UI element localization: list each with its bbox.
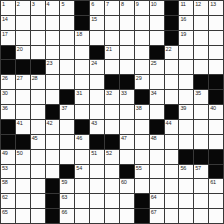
clue-number: 64 xyxy=(151,194,157,200)
crossword-cell[interactable] xyxy=(194,179,208,193)
black-cell xyxy=(120,75,134,89)
clue-number: 35 xyxy=(195,90,201,96)
crossword-cell[interactable] xyxy=(16,165,30,179)
crossword-cell[interactable] xyxy=(46,46,60,60)
black-cell xyxy=(194,150,208,164)
crossword-cell[interactable]: 8 xyxy=(120,1,134,15)
crossword-cell[interactable]: 33 xyxy=(120,90,134,104)
clue-number: 39 xyxy=(180,105,186,111)
black-cell xyxy=(135,209,149,223)
black-cell xyxy=(150,120,164,134)
crossword-cell[interactable] xyxy=(179,46,193,60)
crossword-cell[interactable]: 18 xyxy=(75,31,89,45)
crossword-cell[interactable]: 28 xyxy=(31,75,45,89)
clue-number: 19 xyxy=(180,31,186,37)
clue-number: 65 xyxy=(2,209,8,215)
crossword-cell[interactable] xyxy=(135,135,149,149)
crossword-cell[interactable] xyxy=(60,135,74,149)
crossword-cell[interactable]: 35 xyxy=(194,90,208,104)
crossword-cell[interactable] xyxy=(31,209,45,223)
crossword-cell[interactable]: 34 xyxy=(150,90,164,104)
crossword-cell[interactable] xyxy=(31,179,45,193)
black-cell xyxy=(165,1,179,15)
crossword-cell[interactable]: 25 xyxy=(150,60,164,74)
crossword-cell[interactable] xyxy=(46,165,60,179)
crossword-cell[interactable] xyxy=(150,105,164,119)
crossword-cell[interactable] xyxy=(105,31,119,45)
crossword-cell[interactable] xyxy=(90,105,104,119)
crossword-cell[interactable] xyxy=(165,135,179,149)
clue-number: 9 xyxy=(136,1,139,7)
crossword-cell[interactable]: 41 xyxy=(16,120,30,134)
clue-number: 10 xyxy=(151,1,157,7)
crossword-cell[interactable]: 65 xyxy=(1,209,15,223)
clue-number: 59 xyxy=(61,179,67,185)
crossword-cell[interactable]: 2 xyxy=(16,1,30,15)
black-cell xyxy=(16,60,30,74)
clue-number: 32 xyxy=(106,90,112,96)
crossword-cell[interactable] xyxy=(90,165,104,179)
crossword-cell[interactable] xyxy=(31,150,45,164)
black-cell xyxy=(105,75,119,89)
black-cell xyxy=(46,105,60,119)
clue-number: 8 xyxy=(121,1,124,7)
crossword-cell[interactable] xyxy=(75,150,89,164)
crossword-cell[interactable] xyxy=(31,194,45,208)
crossword-cell[interactable]: 27 xyxy=(16,75,30,89)
crossword-cell[interactable]: 4 xyxy=(46,1,60,15)
crossword-cell[interactable] xyxy=(165,209,179,223)
crossword-cell[interactable]: 22 xyxy=(165,46,179,60)
clue-number: 46 xyxy=(76,135,82,141)
crossword-cell[interactable]: 19 xyxy=(179,31,193,45)
crossword-cell[interactable]: 10 xyxy=(150,1,164,15)
crossword-cell[interactable] xyxy=(179,209,193,223)
crossword-cell[interactable]: 44 xyxy=(165,120,179,134)
clue-number: 24 xyxy=(91,60,97,66)
crossword-cell[interactable] xyxy=(75,75,89,89)
crossword-cell[interactable]: 54 xyxy=(75,165,89,179)
clue-number: 43 xyxy=(91,120,97,126)
crossword-cell[interactable]: 60 xyxy=(120,179,134,193)
black-cell xyxy=(75,1,89,15)
crossword-cell[interactable] xyxy=(31,16,45,30)
crossword-cell[interactable] xyxy=(179,179,193,193)
crossword-cell[interactable] xyxy=(165,179,179,193)
clue-number: 26 xyxy=(2,75,8,81)
clue-number: 12 xyxy=(195,1,201,7)
crossword-cell[interactable]: 51 xyxy=(90,150,104,164)
crossword-cell[interactable] xyxy=(60,31,74,45)
crossword-cell[interactable] xyxy=(194,135,208,149)
clue-number: 49 xyxy=(2,150,8,156)
black-cell xyxy=(46,179,60,193)
crossword-cell[interactable]: 20 xyxy=(16,46,30,60)
clue-number: 61 xyxy=(210,179,216,185)
black-cell xyxy=(209,165,223,179)
crossword-cell[interactable] xyxy=(31,105,45,119)
crossword-cell[interactable] xyxy=(90,209,104,223)
crossword-cell[interactable] xyxy=(179,90,193,104)
crossword-cell[interactable]: 30 xyxy=(1,90,15,104)
clue-number: 14 xyxy=(2,16,8,22)
crossword-cell[interactable]: 23 xyxy=(46,60,60,74)
clue-number: 45 xyxy=(32,135,38,141)
clue-number: 37 xyxy=(61,105,67,111)
clue-number: 38 xyxy=(136,105,142,111)
crossword-cell[interactable] xyxy=(194,60,208,74)
crossword-cell[interactable] xyxy=(179,60,193,74)
crossword-cell[interactable]: 14 xyxy=(1,16,15,30)
clue-number: 50 xyxy=(17,150,23,156)
clue-number: 67 xyxy=(151,209,157,215)
crossword-cell[interactable] xyxy=(16,16,30,30)
crossword-cell[interactable]: 52 xyxy=(105,150,119,164)
crossword-cell[interactable]: 7 xyxy=(105,1,119,15)
crossword-cell[interactable] xyxy=(120,120,134,134)
crossword-cell[interactable] xyxy=(194,194,208,208)
black-cell xyxy=(209,90,223,104)
crossword-cell[interactable]: 15 xyxy=(90,16,104,30)
crossword-cell[interactable] xyxy=(135,16,149,30)
clue-number: 57 xyxy=(195,165,201,171)
crossword-cell[interactable]: 47 xyxy=(120,135,134,149)
crossword-cell[interactable] xyxy=(179,194,193,208)
crossword-cell[interactable]: 17 xyxy=(1,31,15,45)
crossword-cell[interactable]: 16 xyxy=(179,16,193,30)
crossword-cell[interactable] xyxy=(31,120,45,134)
crossword-cell[interactable] xyxy=(90,179,104,193)
crossword-cell[interactable] xyxy=(46,90,60,104)
crossword-cell[interactable] xyxy=(90,90,104,104)
crossword-cell[interactable]: 12 xyxy=(194,1,208,15)
crossword-cell[interactable] xyxy=(120,60,134,74)
crossword-cell[interactable] xyxy=(165,60,179,74)
crossword-cell[interactable] xyxy=(105,165,119,179)
clue-number: 5 xyxy=(61,1,64,7)
crossword-cell[interactable] xyxy=(165,194,179,208)
crossword-cell[interactable] xyxy=(179,120,193,134)
crossword-cell[interactable] xyxy=(194,46,208,60)
crossword-cell[interactable] xyxy=(120,150,134,164)
crossword-cell[interactable]: 39 xyxy=(179,105,193,119)
clue-number: 51 xyxy=(91,150,97,156)
crossword-cell[interactable] xyxy=(75,194,89,208)
clue-number: 25 xyxy=(151,60,157,66)
crossword-cell[interactable] xyxy=(75,209,89,223)
crossword-cell[interactable] xyxy=(135,46,149,60)
crossword-cell[interactable]: 67 xyxy=(150,209,164,223)
clue-number: 3 xyxy=(32,1,35,7)
black-cell xyxy=(60,90,74,104)
crossword-cell[interactable]: 46 xyxy=(75,135,89,149)
crossword-cell[interactable] xyxy=(31,165,45,179)
crossword-cell[interactable] xyxy=(60,46,74,60)
crossword-cell[interactable] xyxy=(60,150,74,164)
crossword-cell[interactable] xyxy=(209,209,223,223)
crossword-cell[interactable] xyxy=(209,194,223,208)
crossword-cell[interactable] xyxy=(150,150,164,164)
crossword-cell[interactable] xyxy=(105,105,119,119)
crossword-cell[interactable]: 31 xyxy=(75,90,89,104)
crossword-cell[interactable] xyxy=(105,194,119,208)
crossword-cell[interactable]: 49 xyxy=(1,150,15,164)
crossword-cell[interactable] xyxy=(120,105,134,119)
crossword-cell[interactable] xyxy=(60,75,74,89)
clue-number: 6 xyxy=(91,1,94,7)
crossword-cell[interactable] xyxy=(46,31,60,45)
crossword-cell[interactable] xyxy=(75,46,89,60)
crossword-cell[interactable]: 11 xyxy=(179,1,193,15)
crossword-cell[interactable]: 59 xyxy=(60,179,74,193)
black-cell xyxy=(60,165,74,179)
crossword-cell[interactable]: 36 xyxy=(1,105,15,119)
crossword-cell[interactable] xyxy=(165,165,179,179)
crossword-cell[interactable] xyxy=(150,16,164,30)
clue-number: 21 xyxy=(106,46,112,52)
crossword-cell[interactable] xyxy=(150,165,164,179)
black-cell xyxy=(90,135,104,149)
crossword-cell[interactable]: 62 xyxy=(1,194,15,208)
clue-number: 13 xyxy=(210,1,216,7)
clue-number: 52 xyxy=(106,150,112,156)
crossword-cell[interactable] xyxy=(120,16,134,30)
clue-number: 2 xyxy=(17,1,20,7)
crossword-cell[interactable] xyxy=(16,31,30,45)
black-cell xyxy=(209,150,223,164)
crossword-cell[interactable] xyxy=(135,150,149,164)
clue-number: 7 xyxy=(106,1,109,7)
crossword-cell[interactable]: 66 xyxy=(60,209,74,223)
black-cell xyxy=(16,135,30,149)
crossword-cell[interactable]: 29 xyxy=(135,75,149,89)
crossword-cell[interactable] xyxy=(105,16,119,30)
crossword-cell[interactable]: 3 xyxy=(31,1,45,15)
clue-number: 20 xyxy=(17,46,23,52)
crossword-cell[interactable] xyxy=(90,194,104,208)
crossword-cell[interactable] xyxy=(16,179,30,193)
clue-number: 23 xyxy=(47,60,53,66)
crossword-cell[interactable] xyxy=(150,179,164,193)
crossword-cell[interactable]: 56 xyxy=(179,165,193,179)
clue-number: 55 xyxy=(136,165,142,171)
clue-number: 44 xyxy=(166,120,172,126)
crossword-cell[interactable]: 48 xyxy=(150,135,164,149)
clue-number: 33 xyxy=(121,90,127,96)
clue-number: 1 xyxy=(2,1,5,7)
clue-number: 48 xyxy=(151,135,157,141)
clue-number: 60 xyxy=(121,179,127,185)
clue-number: 54 xyxy=(76,165,82,171)
crossword-cell[interactable] xyxy=(105,209,119,223)
black-cell xyxy=(135,194,149,208)
black-cell xyxy=(90,46,104,60)
crossword-cell[interactable] xyxy=(179,75,193,89)
crossword-cell[interactable]: 61 xyxy=(209,179,223,193)
crossword-cell[interactable]: 32 xyxy=(105,90,119,104)
crossword-cell[interactable] xyxy=(209,60,223,74)
black-cell xyxy=(1,120,15,134)
crossword-cell[interactable] xyxy=(135,179,149,193)
crossword-cell[interactable]: 40 xyxy=(209,105,223,119)
clue-number: 41 xyxy=(17,120,23,126)
black-cell xyxy=(31,60,45,74)
crossword-cell[interactable] xyxy=(90,31,104,45)
black-cell xyxy=(75,120,89,134)
crossword-cell[interactable]: 53 xyxy=(1,165,15,179)
clue-number: 62 xyxy=(2,194,8,200)
crossword-cell[interactable] xyxy=(75,105,89,119)
clue-number: 27 xyxy=(17,75,23,81)
clue-number: 17 xyxy=(2,31,8,37)
crossword-cell[interactable] xyxy=(120,194,134,208)
crossword-cell[interactable]: 42 xyxy=(46,120,60,134)
clue-number: 18 xyxy=(76,31,82,37)
crossword-cell[interactable] xyxy=(46,16,60,30)
black-cell xyxy=(150,46,164,60)
clue-number: 63 xyxy=(61,194,67,200)
black-cell xyxy=(1,46,15,60)
crossword-cell[interactable]: 13 xyxy=(209,1,223,15)
black-cell xyxy=(75,16,89,30)
black-cell xyxy=(209,75,223,89)
black-cell xyxy=(194,75,208,89)
black-cell xyxy=(165,105,179,119)
crossword-cell[interactable]: 24 xyxy=(90,60,104,74)
clue-number: 47 xyxy=(121,135,127,141)
crossword-cell[interactable] xyxy=(150,31,164,45)
crossword-cell[interactable] xyxy=(75,179,89,193)
clue-number: 42 xyxy=(47,120,53,126)
clue-number: 31 xyxy=(76,90,82,96)
clue-number: 53 xyxy=(2,165,8,171)
crossword-cell[interactable]: 6 xyxy=(90,1,104,15)
crossword-cell[interactable] xyxy=(16,194,30,208)
clue-number: 36 xyxy=(2,105,8,111)
crossword-cell[interactable] xyxy=(16,90,30,104)
crossword-cell[interactable] xyxy=(194,31,208,45)
crossword-board: 1234567891011121314151617181920212223242… xyxy=(0,0,224,224)
crossword-cell[interactable] xyxy=(194,120,208,134)
clue-number: 29 xyxy=(136,75,142,81)
crossword-cell[interactable] xyxy=(60,120,74,134)
crossword-cell[interactable]: 64 xyxy=(150,194,164,208)
clue-number: 15 xyxy=(91,16,97,22)
clue-number: 11 xyxy=(180,1,185,7)
crossword-cell[interactable] xyxy=(165,75,179,89)
clue-number: 22 xyxy=(166,46,172,52)
crossword-cell[interactable] xyxy=(120,209,134,223)
black-cell xyxy=(105,135,119,149)
black-cell xyxy=(46,209,60,223)
crossword-cell[interactable] xyxy=(179,135,193,149)
crossword-cell[interactable]: 63 xyxy=(60,194,74,208)
crossword-cell[interactable] xyxy=(194,16,208,30)
crossword-cell[interactable] xyxy=(46,75,60,89)
crossword-cell[interactable] xyxy=(46,135,60,149)
crossword-cell[interactable] xyxy=(135,31,149,45)
crossword-cell[interactable] xyxy=(209,120,223,134)
clue-number: 30 xyxy=(2,90,8,96)
crossword-cell[interactable]: 9 xyxy=(135,1,149,15)
black-cell xyxy=(120,165,134,179)
clue-number: 4 xyxy=(47,1,50,7)
crossword-cell[interactable] xyxy=(194,105,208,119)
crossword-cell[interactable]: 43 xyxy=(90,120,104,134)
crossword-cell[interactable] xyxy=(194,209,208,223)
crossword-cell[interactable] xyxy=(209,31,223,45)
clue-number: 34 xyxy=(151,90,157,96)
crossword-cell[interactable] xyxy=(75,60,89,74)
crossword-cell[interactable]: 57 xyxy=(194,165,208,179)
crossword-cell[interactable]: 58 xyxy=(1,179,15,193)
crossword-cell[interactable] xyxy=(150,75,164,89)
crossword-cell[interactable] xyxy=(120,31,134,45)
crossword-cell[interactable]: 50 xyxy=(16,150,30,164)
clue-number: 16 xyxy=(180,16,186,22)
crossword-cell[interactable] xyxy=(31,90,45,104)
crossword-cell[interactable] xyxy=(165,150,179,164)
crossword-cell[interactable] xyxy=(105,120,119,134)
crossword-cell[interactable] xyxy=(165,90,179,104)
black-cell xyxy=(165,16,179,30)
crossword-cell[interactable]: 55 xyxy=(135,165,149,179)
crossword-cell[interactable] xyxy=(105,60,119,74)
black-cell xyxy=(46,194,60,208)
crossword-cell[interactable]: 21 xyxy=(105,46,119,60)
crossword-cell[interactable] xyxy=(209,135,223,149)
crossword-cell[interactable] xyxy=(209,46,223,60)
crossword-cell[interactable] xyxy=(60,16,74,30)
crossword-cell[interactable] xyxy=(46,150,60,164)
black-cell xyxy=(1,60,15,74)
crossword-cell[interactable] xyxy=(120,46,134,60)
clue-number: 66 xyxy=(61,209,67,215)
crossword-cell[interactable] xyxy=(90,75,104,89)
crossword-cell[interactable]: 1 xyxy=(1,1,15,15)
crossword-cell[interactable] xyxy=(31,46,45,60)
crossword-cell[interactable] xyxy=(16,209,30,223)
clue-number: 40 xyxy=(210,105,216,111)
black-cell xyxy=(179,150,193,164)
crossword-cell[interactable]: 45 xyxy=(31,135,45,149)
black-cell xyxy=(165,31,179,45)
black-cell xyxy=(1,135,15,149)
crossword-cell[interactable] xyxy=(135,120,149,134)
crossword-cell[interactable] xyxy=(60,60,74,74)
crossword-cell[interactable] xyxy=(16,105,30,119)
black-cell xyxy=(135,90,149,104)
clue-number: 58 xyxy=(2,179,8,185)
crossword-cell[interactable] xyxy=(105,179,119,193)
crossword-cell[interactable] xyxy=(31,31,45,45)
crossword-cell[interactable]: 26 xyxy=(1,75,15,89)
crossword-cell[interactable]: 5 xyxy=(60,1,74,15)
crossword-cell[interactable]: 37 xyxy=(60,105,74,119)
crossword-cell[interactable] xyxy=(135,60,149,74)
crossword-cell[interactable]: 38 xyxy=(135,105,149,119)
clue-number: 28 xyxy=(32,75,38,81)
clue-number: 56 xyxy=(180,165,186,171)
crossword-cell[interactable] xyxy=(209,16,223,30)
